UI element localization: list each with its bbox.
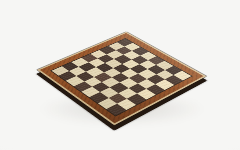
square-5-7[interactable] — [127, 94, 146, 105]
square-6-2[interactable] — [76, 72, 94, 82]
square-5-4[interactable] — [102, 77, 120, 87]
square-5-6[interactable] — [118, 88, 136, 99]
square-3-6[interactable] — [138, 79, 156, 89]
square-7-4[interactable] — [82, 87, 100, 97]
square-6-6[interactable] — [108, 93, 127, 104]
square-7-7[interactable] — [107, 104, 126, 115]
board-viewport — [61, 13, 181, 133]
scene — [0, 0, 240, 150]
square-2-6[interactable] — [147, 74, 165, 84]
square-5-5[interactable] — [110, 83, 128, 93]
square-4-7[interactable] — [137, 89, 155, 100]
square-3-5[interactable] — [129, 74, 147, 84]
playing-field — [50, 38, 192, 116]
square-1-7[interactable] — [165, 75, 183, 85]
square-7-5[interactable] — [90, 92, 109, 103]
square-7-2[interactable] — [66, 76, 84, 86]
chessboard — [37, 32, 206, 126]
square-6-5[interactable] — [100, 87, 118, 97]
square-7-6[interactable] — [98, 98, 117, 109]
square-2-7[interactable] — [156, 80, 174, 90]
square-6-7[interactable] — [117, 99, 136, 110]
square-4-4[interactable] — [112, 73, 130, 83]
square-3-7[interactable] — [146, 84, 164, 94]
square-6-4[interactable] — [92, 82, 110, 92]
square-5-3[interactable] — [94, 72, 112, 82]
square-4-6[interactable] — [128, 83, 146, 93]
square-6-3[interactable] — [84, 77, 102, 87]
board-surface — [37, 32, 206, 126]
square-4-5[interactable] — [120, 78, 138, 88]
square-7-3[interactable] — [74, 81, 92, 91]
